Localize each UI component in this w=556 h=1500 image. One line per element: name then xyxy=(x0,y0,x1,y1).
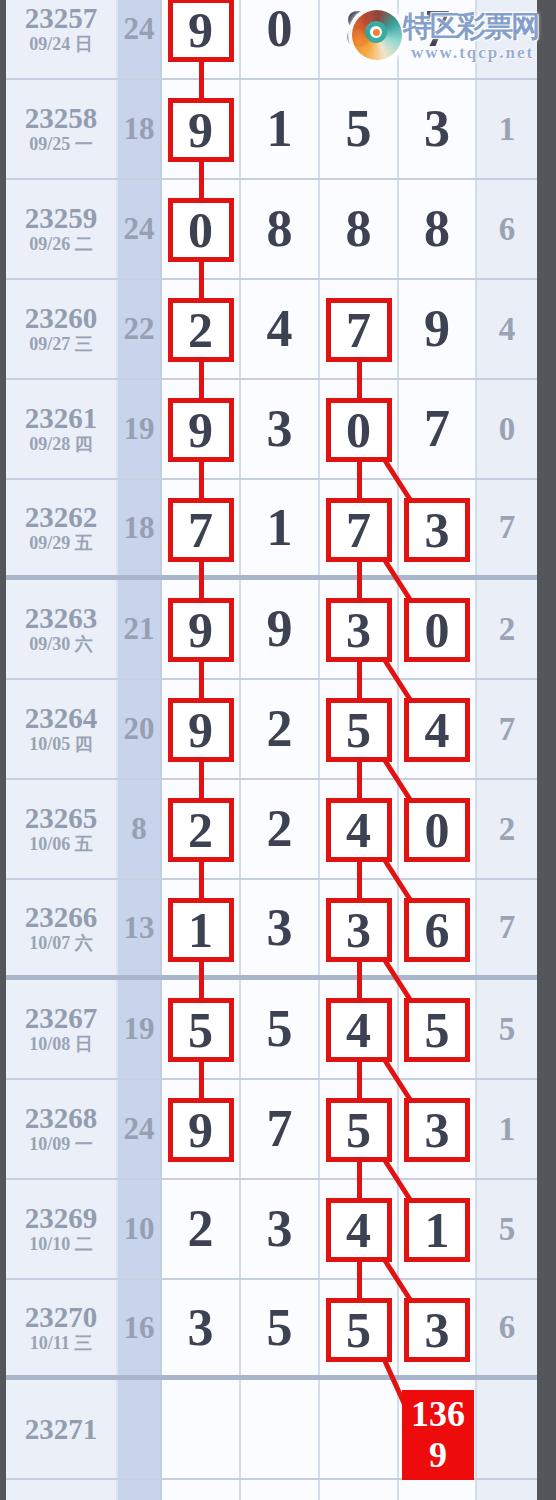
digit: 7 xyxy=(424,3,450,55)
tail-cell xyxy=(477,1480,537,1500)
sum-cell: 21 xyxy=(118,580,162,678)
digit-cell: 3 xyxy=(399,480,477,575)
period-date: 10/08 日 xyxy=(29,1033,93,1055)
boxed-digit: 3 xyxy=(404,1298,470,1362)
boxed-digit: 3 xyxy=(404,1098,470,1162)
digit-cell: 2 xyxy=(162,280,241,378)
digit-cell: 2 xyxy=(241,780,320,878)
boxed-digit: 1 xyxy=(168,898,234,962)
digit-cell xyxy=(320,1480,399,1500)
digit-cell: 5 xyxy=(320,1080,399,1178)
boxed-digit: 9 xyxy=(168,698,234,762)
sum-cell: 16 xyxy=(118,1280,162,1375)
digit: 9 xyxy=(188,605,213,655)
digit: 8 xyxy=(424,203,450,255)
sum-cell xyxy=(118,1380,162,1478)
boxed-digit: 2 xyxy=(168,798,234,862)
digit: 1 xyxy=(425,1205,450,1255)
period-date: 10/09 一 xyxy=(29,1133,93,1155)
digit-cell: 9 xyxy=(241,580,320,678)
digit-cell: 1 xyxy=(241,480,320,575)
tail-cell: 1 xyxy=(477,80,537,178)
boxed-digit: 5 xyxy=(326,698,392,762)
table-row: 2326309/30 六2199302 xyxy=(6,580,537,680)
digit-cell: 9 xyxy=(162,580,241,678)
digit: 0 xyxy=(346,405,371,455)
digit-cell xyxy=(241,1380,320,1478)
digit: 9 xyxy=(188,105,213,155)
digit-cell: 9 xyxy=(162,1080,241,1178)
digit-cell: 3 xyxy=(399,80,477,178)
table-row: 2325809/25 一1891531 xyxy=(6,80,537,180)
digit: 9 xyxy=(188,405,213,455)
digit: 7 xyxy=(424,403,450,455)
digit: 5 xyxy=(346,103,372,155)
sum-cell xyxy=(118,1480,162,1500)
digit: 5 xyxy=(425,1005,450,1055)
digit-cell: 5 xyxy=(241,1280,320,1375)
sum-cell: 18 xyxy=(118,480,162,575)
boxed-digit: 0 xyxy=(326,398,392,462)
digit-cell: 3 xyxy=(320,880,399,975)
digit: 7 xyxy=(346,505,371,555)
boxed-digit: 0 xyxy=(404,798,470,862)
boxed-digit: 0 xyxy=(168,198,234,262)
digit-cell xyxy=(399,1480,477,1500)
tail-cell: 2 xyxy=(477,580,537,678)
period-date: 09/25 一 xyxy=(29,133,93,155)
digit: 1 xyxy=(267,103,293,155)
period-date: 10/10 二 xyxy=(29,1233,93,1255)
tail-cell: 7 xyxy=(477,480,537,575)
boxed-digit: 7 xyxy=(326,498,392,562)
digit-cell: 3 xyxy=(399,1280,477,1375)
boxed-digit: 0 xyxy=(404,598,470,662)
tail-cell xyxy=(477,0,537,78)
digit: 4 xyxy=(425,705,450,755)
digit-cell: 8 xyxy=(241,180,320,278)
digit: 3 xyxy=(267,1203,293,1255)
period-cell: 2327010/11 三 xyxy=(6,1280,118,1375)
period-number: 23258 xyxy=(25,103,98,133)
digit: 8 xyxy=(346,203,372,255)
tail-cell: 0 xyxy=(477,380,537,478)
period-number: 23262 xyxy=(25,502,98,532)
digit: 5 xyxy=(267,1003,293,1055)
digit: 5 xyxy=(346,1105,371,1155)
digit-cell xyxy=(241,1480,320,1500)
table-row: 2326209/29 五1871737 xyxy=(6,480,537,580)
tail-cell: 6 xyxy=(477,180,537,278)
period-date: 09/24 日 xyxy=(29,33,93,55)
digit: 9 xyxy=(424,303,450,355)
sum-cell: 19 xyxy=(118,980,162,1078)
digit: 5 xyxy=(188,1005,213,1055)
digit-cell: 3 xyxy=(399,1080,477,1178)
table-row: 2326910/10 二1023415 xyxy=(6,1180,537,1280)
digit-cell: 0 xyxy=(399,580,477,678)
period-cell: 2326610/07 六 xyxy=(6,880,118,975)
digit: 5 xyxy=(346,705,371,755)
result-value-line2: 9 xyxy=(429,1435,447,1476)
digit: 3 xyxy=(425,1305,450,1355)
period-date: 09/30 六 xyxy=(29,633,93,655)
period-date: 10/07 六 xyxy=(29,932,93,954)
tail-cell: 7 xyxy=(477,680,537,778)
period-date: 09/28 四 xyxy=(29,433,93,455)
table-row: 2326810/09 一2497531 xyxy=(6,1080,537,1180)
period-cell: 2326910/10 二 xyxy=(6,1180,118,1278)
result-value-line1: 136 xyxy=(411,1394,465,1435)
sum-cell: 19 xyxy=(118,380,162,478)
digit: 0 xyxy=(425,605,450,655)
digit: 3 xyxy=(188,1302,214,1354)
digit-cell: 3 xyxy=(320,580,399,678)
boxed-digit: 5 xyxy=(326,1098,392,1162)
period-number: 23266 xyxy=(25,902,98,932)
table-row: 2327010/11 三1635536 xyxy=(6,1280,537,1380)
digit: 1 xyxy=(267,502,293,554)
digit-cell: 8 xyxy=(320,180,399,278)
digit-cell: 8 xyxy=(320,0,399,78)
digit-cell: 9 xyxy=(162,80,241,178)
digit: 9 xyxy=(188,705,213,755)
digit: 2 xyxy=(188,805,213,855)
period-cell: 2326009/27 三 xyxy=(6,280,118,378)
digit: 4 xyxy=(267,303,293,355)
period-cell: 23271 xyxy=(6,1380,118,1478)
digit: 4 xyxy=(346,1005,371,1055)
digit: 9 xyxy=(267,603,293,655)
boxed-digit: 3 xyxy=(326,898,392,962)
period-date: 10/06 五 xyxy=(29,833,93,855)
boxed-digit: 9 xyxy=(168,598,234,662)
digit-cell: 0 xyxy=(399,780,477,878)
digit-cell: 3 xyxy=(241,1180,320,1278)
result-cell: 1369 xyxy=(402,1390,474,1480)
digit-cell: 7 xyxy=(241,1080,320,1178)
boxed-digit: 3 xyxy=(404,498,470,562)
digit-cell: 5 xyxy=(320,1280,399,1375)
digit-cell: 4 xyxy=(241,280,320,378)
digit: 7 xyxy=(346,305,371,355)
digit: 4 xyxy=(346,1205,371,1255)
period-cell: 2326710/08 日 xyxy=(6,980,118,1078)
digit-cell: 9 xyxy=(162,380,241,478)
period-date: 09/29 五 xyxy=(29,532,93,554)
sum-cell: 8 xyxy=(118,780,162,878)
table-row: 232711369 xyxy=(6,1380,537,1480)
tail-cell: 2 xyxy=(477,780,537,878)
period-number: 23259 xyxy=(25,203,98,233)
period-cell: 2326510/06 五 xyxy=(6,780,118,878)
boxed-digit: 7 xyxy=(168,498,234,562)
digit: 5 xyxy=(346,1305,371,1355)
table-row: 2326109/28 四1993070 xyxy=(6,380,537,480)
digit-cell: 5 xyxy=(241,980,320,1078)
digit-cell: 6 xyxy=(399,880,477,975)
sum-cell: 24 xyxy=(118,0,162,78)
boxed-digit: 9 xyxy=(168,98,234,162)
period-number: 23263 xyxy=(25,603,98,633)
tail-cell: 5 xyxy=(477,1180,537,1278)
period-number: 23265 xyxy=(25,803,98,833)
digit-cell: 2 xyxy=(241,680,320,778)
digit-cell: 1 xyxy=(162,880,241,975)
digit-cell: 4 xyxy=(320,780,399,878)
digit-cell: 5 xyxy=(162,980,241,1078)
period-cell: 2326209/29 五 xyxy=(6,480,118,575)
period-number: 23260 xyxy=(25,303,98,333)
period-cell: 2326309/30 六 xyxy=(6,580,118,678)
digit-cell: 7 xyxy=(162,480,241,575)
digit: 0 xyxy=(188,205,213,255)
period-number: 23264 xyxy=(25,703,98,733)
digit-cell: 3 xyxy=(162,1280,241,1375)
tail-cell: 7 xyxy=(477,880,537,975)
digit-cell: 7 xyxy=(399,380,477,478)
digit: 8 xyxy=(267,203,293,255)
period-number: 23267 xyxy=(25,1003,98,1033)
table-row: 2326510/06 五822402 xyxy=(6,780,537,880)
period-date: 10/11 三 xyxy=(30,1332,93,1354)
sum-cell: 13 xyxy=(118,880,162,975)
digit-cell: 3 xyxy=(241,380,320,478)
sum-cell: 24 xyxy=(118,180,162,278)
boxed-digit: 9 xyxy=(168,0,234,62)
tail-cell: 1 xyxy=(477,1080,537,1178)
digit-cell: 9 xyxy=(162,680,241,778)
digit-cell: 1 xyxy=(241,80,320,178)
digit-cell: 9 xyxy=(399,280,477,378)
boxed-digit: 7 xyxy=(326,298,392,362)
table-row: 2325709/24 日249087 xyxy=(6,0,537,80)
digit: 3 xyxy=(346,605,371,655)
digit: 5 xyxy=(267,1302,293,1354)
boxed-digit: 5 xyxy=(326,1298,392,1362)
digit-cell: 4 xyxy=(399,680,477,778)
digit-cell: 0 xyxy=(162,180,241,278)
digit-cell: 4 xyxy=(320,1180,399,1278)
period-cell: 2326410/05 四 xyxy=(6,680,118,778)
digit-cell xyxy=(162,1380,241,1478)
period-number: 23271 xyxy=(25,1414,98,1444)
digit: 9 xyxy=(188,1105,213,1155)
tail-cell: 4 xyxy=(477,280,537,378)
boxed-digit: 3 xyxy=(326,598,392,662)
period-date: 09/27 三 xyxy=(29,333,93,355)
digit: 7 xyxy=(267,1103,293,1155)
digit-cell: 5 xyxy=(320,80,399,178)
digit-cell: 9 xyxy=(162,0,241,78)
digit: 7 xyxy=(188,505,213,555)
digit-cell xyxy=(320,1380,399,1478)
period-cell: 2326109/28 四 xyxy=(6,380,118,478)
digit-cell: 0 xyxy=(320,380,399,478)
boxed-digit: 9 xyxy=(168,398,234,462)
digit-cell: 7 xyxy=(320,480,399,575)
period-cell: 2325809/25 一 xyxy=(6,80,118,178)
digit: 2 xyxy=(188,305,213,355)
period-number: 23270 xyxy=(25,1302,98,1332)
table-row xyxy=(6,1480,537,1500)
boxed-digit: 4 xyxy=(326,798,392,862)
boxed-digit: 9 xyxy=(168,1098,234,1162)
sum-cell: 10 xyxy=(118,1180,162,1278)
digit: 3 xyxy=(267,902,293,954)
boxed-digit: 5 xyxy=(168,998,234,1062)
period-cell: 2325909/26 二 xyxy=(6,180,118,278)
digit: 0 xyxy=(267,3,293,55)
digit: 1 xyxy=(188,905,213,955)
table-row: 2325909/26 二2408886 xyxy=(6,180,537,280)
digit: 6 xyxy=(425,905,450,955)
table-row: 2326710/08 日1955455 xyxy=(6,980,537,1080)
digit-cell: 0 xyxy=(241,0,320,78)
digit: 3 xyxy=(267,403,293,455)
digit-cell xyxy=(162,1480,241,1500)
boxed-digit: 6 xyxy=(404,898,470,962)
digit-cell: 5 xyxy=(320,680,399,778)
period-cell: 2326810/09 一 xyxy=(6,1080,118,1178)
digit-cell: 1 xyxy=(399,1180,477,1278)
digit: 3 xyxy=(346,905,371,955)
tail-cell: 6 xyxy=(477,1280,537,1375)
boxed-digit: 4 xyxy=(326,998,392,1062)
digit: 4 xyxy=(346,805,371,855)
sum-cell: 22 xyxy=(118,280,162,378)
period-number: 23269 xyxy=(25,1203,98,1233)
digit-cell: 2 xyxy=(162,780,241,878)
period-number: 23261 xyxy=(25,403,98,433)
digit: 2 xyxy=(188,1203,214,1255)
sum-cell: 24 xyxy=(118,1080,162,1178)
table-row: 2326009/27 三2224794 xyxy=(6,280,537,380)
digit: 9 xyxy=(188,5,213,55)
digit-cell: 1369 xyxy=(399,1380,477,1478)
period-cell xyxy=(6,1480,118,1500)
period-number: 23268 xyxy=(25,1103,98,1133)
digit: 2 xyxy=(267,703,293,755)
boxed-digit: 4 xyxy=(404,698,470,762)
digit-cell: 3 xyxy=(241,880,320,975)
lottery-trend-chart: 2325709/24 日2490872325809/25 一1891531232… xyxy=(0,0,556,1500)
tail-cell xyxy=(477,1380,537,1478)
boxed-digit: 4 xyxy=(326,1198,392,1262)
digit-cell: 2 xyxy=(162,1180,241,1278)
digit-cell: 5 xyxy=(399,980,477,1078)
boxed-digit: 2 xyxy=(168,298,234,362)
digit-cell: 4 xyxy=(320,980,399,1078)
digit: 0 xyxy=(425,805,450,855)
digit: 2 xyxy=(267,803,293,855)
digit-cell: 7 xyxy=(399,0,477,78)
table-row: 2326410/05 四2092547 xyxy=(6,680,537,780)
period-number: 23257 xyxy=(25,3,98,33)
trend-table: 2325709/24 日2490872325809/25 一1891531232… xyxy=(6,0,537,1500)
digit-cell: 8 xyxy=(399,180,477,278)
digit: 8 xyxy=(346,3,372,55)
digit: 3 xyxy=(425,505,450,555)
boxed-digit: 1 xyxy=(404,1198,470,1262)
sum-cell: 18 xyxy=(118,80,162,178)
period-cell: 2325709/24 日 xyxy=(6,0,118,78)
tail-cell: 5 xyxy=(477,980,537,1078)
boxed-digit: 5 xyxy=(404,998,470,1062)
sum-cell: 20 xyxy=(118,680,162,778)
digit-cell: 7 xyxy=(320,280,399,378)
period-date: 10/05 四 xyxy=(29,733,93,755)
digit: 3 xyxy=(425,1105,450,1155)
table-row: 2326610/07 六1313367 xyxy=(6,880,537,980)
digit: 3 xyxy=(424,103,450,155)
period-date: 09/26 二 xyxy=(29,233,93,255)
